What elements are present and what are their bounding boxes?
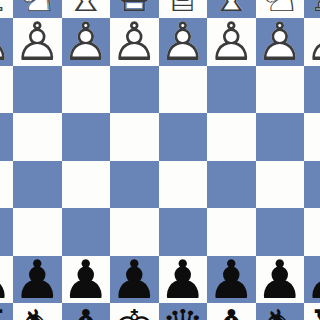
piece-white-pawn[interactable]: ♟♙ (159, 15, 207, 68)
square-f7[interactable]: ♟ (62, 256, 111, 304)
piece-outline: ♙ (304, 15, 320, 68)
piece-outline: ♙ (159, 15, 207, 68)
square-b2[interactable]: ♟♙ (256, 18, 305, 66)
piece-black-pawn[interactable]: ♟ (0, 253, 13, 306)
square-f5[interactable] (62, 161, 111, 209)
square-h3[interactable] (0, 66, 13, 114)
square-g4[interactable] (13, 113, 62, 161)
square-e5[interactable] (110, 161, 159, 209)
piece-black-knight[interactable]: ♞ (16, 303, 59, 320)
piece-white-pawn[interactable]: ♟♙ (207, 15, 255, 68)
square-c2[interactable]: ♟♙ (207, 18, 256, 66)
square-h2[interactable]: ♟♙ (0, 18, 13, 66)
piece-black-rook[interactable]: ♜ (0, 303, 10, 320)
piece-black-pawn[interactable]: ♟ (256, 253, 304, 306)
square-a5[interactable] (304, 161, 320, 209)
square-b5[interactable] (256, 161, 305, 209)
square-e2[interactable]: ♟♙ (110, 18, 159, 66)
square-b4[interactable] (256, 113, 305, 161)
piece-outline: ♙ (13, 15, 61, 68)
piece-white-pawn[interactable]: ♟♙ (110, 15, 158, 68)
square-d2[interactable]: ♟♙ (159, 18, 208, 66)
square-d8[interactable]: ♛ (159, 303, 208, 320)
piece-black-bishop[interactable]: ♝ (64, 303, 107, 320)
square-c8[interactable]: ♝ (207, 303, 256, 320)
square-e7[interactable]: ♟ (110, 256, 159, 304)
square-f2[interactable]: ♟♙ (62, 18, 111, 66)
piece-white-pawn[interactable]: ♟♙ (13, 15, 61, 68)
chess-board-viewport: ♜♖♞♘♝♗♚♔♛♕♝♗♞♘♜♖♟♙♟♙♟♙♟♙♟♙♟♙♟♙♟♙♟♟♟♟♟♟♟♟… (0, 0, 320, 320)
square-e8[interactable]: ♚ (110, 303, 159, 320)
square-f3[interactable] (62, 66, 111, 114)
piece-white-pawn[interactable]: ♟♙ (256, 15, 304, 68)
piece-black-king[interactable]: ♚ (113, 303, 156, 320)
piece-black-pawn[interactable]: ♟ (110, 253, 158, 306)
square-d3[interactable] (159, 66, 208, 114)
square-g8[interactable]: ♞ (13, 303, 62, 320)
square-g7[interactable]: ♟ (13, 256, 62, 304)
square-b8[interactable]: ♞ (256, 303, 305, 320)
piece-black-queen[interactable]: ♛ (161, 303, 204, 320)
piece-black-pawn[interactable]: ♟ (13, 253, 61, 306)
piece-white-pawn[interactable]: ♟♙ (0, 15, 13, 68)
piece-white-pawn[interactable]: ♟♙ (62, 15, 110, 68)
square-h8[interactable]: ♜ (0, 303, 13, 320)
piece-black-bishop[interactable]: ♝ (210, 303, 253, 320)
square-f8[interactable]: ♝ (62, 303, 111, 320)
piece-black-rook[interactable]: ♜ (307, 303, 320, 320)
square-a3[interactable] (304, 66, 320, 114)
piece-black-pawn[interactable]: ♟ (62, 253, 110, 306)
square-a4[interactable] (304, 113, 320, 161)
square-e3[interactable] (110, 66, 159, 114)
square-d7[interactable]: ♟ (159, 256, 208, 304)
piece-black-pawn[interactable]: ♟ (304, 253, 320, 306)
square-g3[interactable] (13, 66, 62, 114)
square-a2[interactable]: ♟♙ (304, 18, 320, 66)
square-e4[interactable] (110, 113, 159, 161)
square-c4[interactable] (207, 113, 256, 161)
square-h5[interactable] (0, 161, 13, 209)
piece-white-pawn[interactable]: ♟♙ (304, 15, 320, 68)
square-g2[interactable]: ♟♙ (13, 18, 62, 66)
piece-black-pawn[interactable]: ♟ (207, 253, 255, 306)
square-c5[interactable] (207, 161, 256, 209)
piece-outline: ♙ (207, 15, 255, 68)
chess-board: ♜♖♞♘♝♗♚♔♛♕♝♗♞♘♜♖♟♙♟♙♟♙♟♙♟♙♟♙♟♙♟♙♟♟♟♟♟♟♟♟… (0, 0, 320, 320)
square-b7[interactable]: ♟ (256, 256, 305, 304)
square-c7[interactable]: ♟ (207, 256, 256, 304)
square-c3[interactable] (207, 66, 256, 114)
square-b3[interactable] (256, 66, 305, 114)
piece-black-knight[interactable]: ♞ (258, 303, 301, 320)
square-h7[interactable]: ♟ (0, 256, 13, 304)
piece-outline: ♙ (0, 15, 13, 68)
square-f4[interactable] (62, 113, 111, 161)
piece-outline: ♙ (110, 15, 158, 68)
piece-black-pawn[interactable]: ♟ (159, 253, 207, 306)
square-d4[interactable] (159, 113, 208, 161)
square-d5[interactable] (159, 161, 208, 209)
piece-outline: ♙ (62, 15, 110, 68)
square-a8[interactable]: ♜ (304, 303, 320, 320)
square-g5[interactable] (13, 161, 62, 209)
square-a7[interactable]: ♟ (304, 256, 320, 304)
square-h4[interactable] (0, 113, 13, 161)
piece-outline: ♙ (256, 15, 304, 68)
